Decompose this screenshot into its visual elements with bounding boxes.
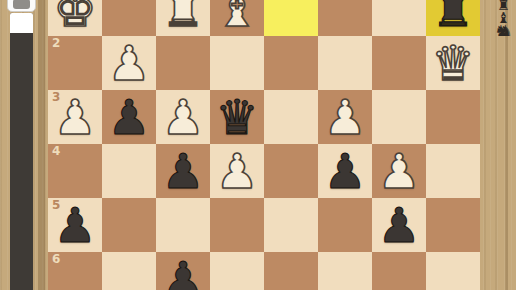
wood-grain-line [38, 0, 45, 290]
square-h2[interactable]: 2 [48, 36, 102, 90]
square-f4[interactable]: ♟ [156, 144, 210, 198]
square-a4[interactable] [426, 144, 480, 198]
board-icon [13, 0, 30, 9]
black-pawn-f6[interactable]: ♟ [161, 252, 204, 290]
square-e3[interactable]: ♛ [210, 90, 264, 144]
toolbar-button[interactable] [7, 0, 36, 12]
square-d4[interactable] [264, 144, 318, 198]
black-pawn-c4[interactable]: ♟ [323, 144, 366, 198]
square-h1[interactable]: 1♚ [48, 0, 102, 36]
square-b6[interactable] [372, 252, 426, 290]
square-g2[interactable]: ♟ [102, 36, 156, 90]
square-d2[interactable] [264, 36, 318, 90]
square-h3[interactable]: 3♟ [48, 90, 102, 144]
square-e4[interactable]: ♟ [210, 144, 264, 198]
evaluation-bar [10, 13, 33, 290]
square-c4[interactable]: ♟ [318, 144, 372, 198]
white-pawn-h3[interactable]: ♟ [53, 90, 96, 144]
black-knights-icon: ♞♞ [495, 25, 513, 38]
square-h6[interactable]: 6 [48, 252, 102, 290]
square-f2[interactable] [156, 36, 210, 90]
square-g6[interactable] [102, 252, 156, 290]
square-f5[interactable] [156, 198, 210, 252]
white-pawn-e4[interactable]: ♟ [215, 144, 258, 198]
square-b3[interactable] [372, 90, 426, 144]
square-f6[interactable]: ♟ [156, 252, 210, 290]
square-g5[interactable] [102, 198, 156, 252]
app-root: { "game": "chess", "position": { "orient… [0, 0, 516, 290]
captured-pieces-tray: ♜♝♞♞ [491, 0, 516, 38]
square-g4[interactable] [102, 144, 156, 198]
square-c3[interactable]: ♟ [318, 90, 372, 144]
white-pawn-b4[interactable]: ♟ [377, 144, 420, 198]
black-queen-e3[interactable]: ♛ [215, 90, 258, 144]
square-e1[interactable]: ♝ [210, 0, 264, 36]
square-c6[interactable] [318, 252, 372, 290]
square-a6[interactable] [426, 252, 480, 290]
square-e2[interactable] [210, 36, 264, 90]
black-pawn-f4[interactable]: ♟ [161, 144, 204, 198]
square-g1[interactable] [102, 0, 156, 36]
square-h5[interactable]: 5♟ [48, 198, 102, 252]
square-b2[interactable] [372, 36, 426, 90]
square-b1[interactable] [372, 0, 426, 36]
board[interactable]: 1♚♜♝♜2♟♛3♟♟♟♛♟4♟♟♟♟5♟♟6♟ [48, 0, 480, 290]
white-bishop-e1[interactable]: ♝ [215, 0, 258, 36]
rank-label-4: 4 [52, 145, 60, 157]
white-pawn-g2[interactable]: ♟ [107, 36, 150, 90]
square-e6[interactable] [210, 252, 264, 290]
square-d6[interactable] [264, 252, 318, 290]
white-rook-f1[interactable]: ♜ [161, 0, 204, 36]
square-d3[interactable] [264, 90, 318, 144]
black-pawn-b5[interactable]: ♟ [377, 198, 420, 252]
square-a1[interactable]: ♜ [426, 0, 480, 36]
square-b5[interactable]: ♟ [372, 198, 426, 252]
square-c2[interactable] [318, 36, 372, 90]
square-e5[interactable] [210, 198, 264, 252]
white-king-h1[interactable]: ♚ [53, 0, 96, 36]
square-f3[interactable]: ♟ [156, 90, 210, 144]
square-a3[interactable] [426, 90, 480, 144]
rank-label-2: 2 [52, 37, 60, 49]
white-pawn-c3[interactable]: ♟ [323, 90, 366, 144]
square-c1[interactable] [318, 0, 372, 36]
square-c5[interactable] [318, 198, 372, 252]
white-queen-a2[interactable]: ♛ [431, 36, 474, 90]
square-h4[interactable]: 4 [48, 144, 102, 198]
black-rook-a1[interactable]: ♜ [431, 0, 474, 36]
rank-label-6: 6 [52, 253, 60, 265]
square-d1[interactable] [264, 0, 318, 36]
black-pawn-h5[interactable]: ♟ [53, 198, 96, 252]
square-d5[interactable] [264, 198, 318, 252]
wood-grain-line [505, 0, 508, 290]
square-g3[interactable]: ♟ [102, 90, 156, 144]
square-a2[interactable]: ♛ [426, 36, 480, 90]
square-f1[interactable]: ♜ [156, 0, 210, 36]
square-a5[interactable] [426, 198, 480, 252]
black-pawn-g3[interactable]: ♟ [107, 90, 150, 144]
square-b4[interactable]: ♟ [372, 144, 426, 198]
evaluation-bar-white-segment [10, 13, 33, 33]
white-pawn-f3[interactable]: ♟ [161, 90, 204, 144]
